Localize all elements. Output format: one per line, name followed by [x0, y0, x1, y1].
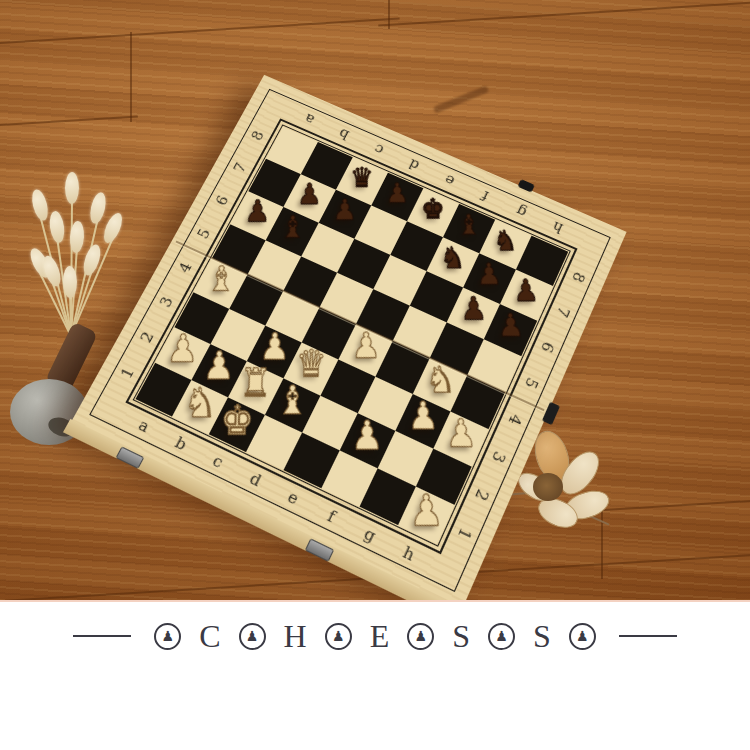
black-pawn-h7[interactable]: ♟ [513, 276, 540, 306]
logo-letter-S: S [533, 620, 551, 652]
pawn-badge-icon: ♟ [239, 623, 266, 650]
rank-label-left-3: 3 [156, 294, 177, 310]
black-pawn-b7[interactable]: ♟ [297, 180, 322, 209]
black-bishop-b6[interactable]: ♝ [279, 212, 306, 242]
grass-head [65, 172, 79, 204]
pawn-icon: ♟ [495, 629, 508, 643]
grass-head [48, 210, 66, 244]
file-label-bottom-a: a [135, 415, 153, 436]
rank-label-right-1: 1 [454, 524, 476, 542]
rank-label-left-4: 4 [175, 259, 196, 275]
dried-flower-center [533, 473, 563, 501]
rank-label-right-2: 2 [471, 486, 493, 504]
file-label-top-a: a [301, 110, 317, 128]
logo-letter-C: C [199, 620, 220, 652]
black-pawn-h6[interactable]: ♟ [496, 310, 524, 342]
wood-floor: ♛♟♚♝♞♟♟♞♟♟♟♝♟♟♝♟♞♟♛♟♟♟♟♜♝♟♞♚♟ aa88bb77cc… [0, 0, 750, 600]
rank-label-right-4: 4 [505, 411, 527, 428]
black-knight-f7[interactable]: ♞ [440, 243, 466, 273]
rank-label-left-6: 6 [212, 192, 233, 207]
white-pawn-g3[interactable]: ♟ [407, 397, 439, 435]
black-knight-g8[interactable]: ♞ [493, 226, 518, 254]
pawn-icon: ♟ [414, 629, 427, 643]
grass-head [29, 188, 51, 222]
black-king-e8[interactable]: ♚ [421, 195, 445, 222]
pawn-badge-icon: ♟ [154, 623, 181, 650]
file-label-bottom-g: g [361, 524, 379, 547]
file-label-top-g: g [513, 202, 529, 221]
file-label-bottom-c: c [209, 451, 226, 472]
rank-label-right-3: 3 [488, 448, 510, 466]
rank-label-right-8: 8 [568, 269, 589, 285]
product-photo-page: ♛♟♚♝♞♟♟♞♟♟♟♝♟♟♝♟♞♟♛♟♟♟♟♜♝♟♞♚♟ aa88bb77cc… [0, 0, 750, 750]
white-bishop-d2[interactable]: ♝ [276, 381, 309, 420]
black-bishop-f8[interactable]: ♝ [457, 210, 481, 238]
pawn-icon: ♟ [246, 629, 259, 643]
black-pawn-c7[interactable]: ♟ [333, 196, 358, 225]
pawn-icon: ♟ [576, 629, 589, 643]
floor-plank-joint [130, 32, 132, 122]
grass-head [69, 221, 85, 254]
grass-head [63, 266, 78, 298]
file-label-top-f: f [479, 187, 491, 204]
file-label-bottom-f: f [324, 506, 338, 527]
fold-hinge [542, 402, 560, 425]
white-pawn-f2[interactable]: ♟ [351, 416, 384, 456]
white-knight-b1[interactable]: ♞ [183, 382, 218, 423]
black-queen-c8[interactable]: ♛ [350, 164, 373, 191]
pawn-badge-icon: ♟ [488, 623, 515, 650]
pawn-icon: ♟ [161, 629, 174, 643]
rank-label-left-2: 2 [137, 328, 158, 344]
pawn-badge-icon: ♟ [325, 623, 352, 650]
rank-label-left-8: 8 [248, 128, 268, 143]
white-pawn-h1[interactable]: ♟ [409, 489, 444, 532]
grass-head [100, 211, 125, 246]
floor-plank-seam [0, 116, 138, 127]
file-label-top-c: c [371, 140, 386, 158]
file-label-bottom-b: b [172, 433, 190, 455]
file-label-top-b: b [335, 125, 351, 143]
logo-letter-H: H [284, 620, 307, 652]
floor-plank-seam [0, 17, 400, 44]
chess-board-panel: ♛♟♚♝♞♟♟♞♟♟♟♝♟♟♝♟♞♟♛♟♟♟♟♜♝♟♞♚♟ aa88bb77cc… [72, 75, 627, 600]
rank-label-left-5: 5 [194, 226, 215, 242]
floor-scuff-mark [433, 85, 489, 113]
pawn-badge-icon: ♟ [407, 623, 434, 650]
pawn-badge-icon: ♟ [569, 623, 596, 650]
rank-label-right-5: 5 [521, 374, 542, 391]
rank-label-left-1: 1 [117, 364, 138, 381]
rank-label-right-7: 7 [553, 303, 574, 319]
white-pawn-h3[interactable]: ♟ [445, 415, 477, 454]
logo-row: ♟C♟H♟E♟S♟S♟ [0, 620, 750, 652]
floor-plank-seam [378, 1, 750, 26]
logo-rule-left [73, 635, 131, 637]
file-label-top-d: d [405, 155, 421, 174]
file-label-top-e: e [441, 171, 456, 190]
white-king-c1[interactable]: ♚ [220, 399, 255, 440]
black-pawn-d8[interactable]: ♟ [386, 179, 410, 206]
white-pawn-a2[interactable]: ♟ [166, 330, 199, 368]
file-label-top-h: h [549, 218, 565, 237]
logo-rule-right [619, 635, 677, 637]
black-pawn-g7[interactable]: ♟ [476, 259, 502, 289]
floor-plank-joint [388, 0, 390, 29]
black-pawn-a6[interactable]: ♟ [244, 196, 271, 226]
logo-letter-S: S [452, 620, 470, 652]
chess-board: ♛♟♚♝♞♟♟♞♟♟♟♝♟♟♝♟♞♟♛♟♟♟♟♜♝♟♞♚♟ aa88bb77cc… [72, 75, 627, 600]
grass-head [88, 191, 109, 225]
file-label-bottom-h: h [400, 542, 418, 565]
pawn-icon: ♟ [332, 629, 345, 643]
rank-label-right-6: 6 [537, 338, 558, 355]
logo-letter-E: E [370, 620, 390, 652]
rank-label-left-7: 7 [230, 160, 250, 175]
floor-plank-joint [601, 507, 603, 579]
grass-head [80, 243, 103, 278]
fold-hinge [518, 179, 535, 193]
file-label-bottom-d: d [246, 469, 264, 491]
file-label-bottom-e: e [285, 487, 302, 509]
black-pawn-g6[interactable]: ♟ [460, 293, 488, 325]
caption-strip: ♟C♟H♟E♟S♟S♟ [0, 600, 750, 750]
